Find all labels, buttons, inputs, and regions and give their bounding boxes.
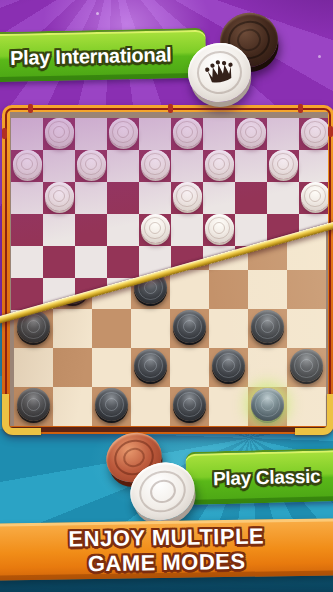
intl-cell-r1c7 [203, 118, 235, 150]
intl-piece-r3c10 [301, 182, 329, 211]
classic-cell-r8c6 [209, 387, 248, 426]
intl-piece-r1c8 [237, 118, 266, 147]
frame-tick [2, 128, 7, 139]
intl-cell-r3c4 [107, 182, 139, 214]
intl-cell-r3c3 [75, 182, 107, 214]
gold-corner-bracket [295, 394, 333, 435]
intl-cell-r4c1 [11, 214, 43, 246]
intl-piece-r1c10 [301, 118, 329, 147]
frame-tick [28, 104, 33, 113]
intl-cell-r5c1 [11, 246, 43, 278]
intl-piece-r4c7 [205, 214, 234, 243]
intl-cell-r3c5 [139, 182, 171, 214]
intl-cell-r5c2 [43, 246, 75, 278]
intl-cell-r2c8 [235, 150, 267, 182]
intl-cell-r4c4 [107, 214, 139, 246]
classic-cell-r5c8 [287, 270, 326, 309]
intl-cell-r3c1 [11, 182, 43, 214]
intl-piece-r2c9 [269, 150, 298, 179]
play-international-label: Play International [0, 43, 172, 70]
classic-piece-r8c7-highlighted [251, 388, 284, 421]
intl-piece-r1c2 [45, 118, 74, 147]
intl-cell-r3c8 [235, 182, 267, 214]
intl-cell-r2c10 [299, 150, 328, 182]
intl-cell-r2c4 [107, 150, 139, 182]
play-classic-label: Play Classic [186, 465, 321, 491]
classic-cell-r7c3 [92, 348, 131, 387]
gold-corner-bracket [2, 394, 41, 435]
intl-cell-r2c2 [43, 150, 75, 182]
classic-cell-r5c7 [248, 270, 287, 309]
classic-piece-r7c8 [290, 349, 323, 382]
intl-piece-r2c3 [77, 150, 106, 179]
intl-cell-r1c5 [139, 118, 171, 150]
play-classic-button[interactable]: Play Classic [185, 448, 333, 505]
classic-cell-r7c7 [248, 348, 287, 387]
footer-line-1: ENJOY MULTIPLE [68, 523, 264, 551]
classic-piece-r7c6 [212, 349, 245, 382]
frame-tick [298, 104, 303, 113]
classic-cell-r6c2 [53, 309, 92, 348]
classic-cell-r5c6 [209, 270, 248, 309]
intl-piece-r3c6 [173, 182, 202, 211]
intl-cell-r4c2 [43, 214, 75, 246]
promo-screen: Play International Play Classic ENJOY MU… [0, 0, 333, 592]
sparkle [96, 12, 99, 15]
intl-cell-r5c3 [75, 246, 107, 278]
intl-piece-r1c6 [173, 118, 202, 147]
classic-piece-r7c4 [134, 349, 167, 382]
intl-cell-r3c9 [267, 182, 299, 214]
classic-piece-r6c5 [173, 310, 206, 343]
classic-piece-r6c7 [251, 310, 284, 343]
classic-cell-r6c8 [287, 309, 326, 348]
classic-cell-r6c4 [131, 309, 170, 348]
classic-cell-r7c2 [53, 348, 92, 387]
intl-cell-r3c7 [203, 182, 235, 214]
intl-cell-r1c9 [267, 118, 299, 150]
intl-piece-r2c7 [205, 150, 234, 179]
classic-cell-r7c1 [14, 348, 53, 387]
classic-cell-r6c3 [92, 309, 131, 348]
intl-cell-r1c3 [75, 118, 107, 150]
intl-piece-r2c5 [141, 150, 170, 179]
play-international-button[interactable]: Play International [0, 28, 207, 82]
intl-cell-r1c1 [11, 118, 43, 150]
intl-piece-r1c4 [109, 118, 138, 147]
intl-cell-r5c4 [107, 246, 139, 278]
classic-cell-r5c5 [170, 270, 209, 309]
intl-piece-r2c1 [13, 150, 42, 179]
intl-cell-r2c6 [171, 150, 203, 182]
intl-cell-r4c6 [171, 214, 203, 246]
classic-piece-r8c5 [173, 388, 206, 421]
intl-cell-r4c3 [75, 214, 107, 246]
intl-piece-r4c5 [141, 214, 170, 243]
classic-cell-r8c4 [131, 387, 170, 426]
frame-bottom-band [7, 427, 329, 432]
classic-cell-r6c6 [209, 309, 248, 348]
frame-tick [168, 104, 173, 113]
enjoy-multiple-game-modes-banner: ENJOY MULTIPLE GAME MODES [0, 518, 333, 580]
classic-piece-r8c3 [95, 388, 128, 421]
frame-tick [328, 126, 333, 137]
intl-piece-r3c2 [45, 182, 74, 211]
classic-cell-r8c2 [53, 387, 92, 426]
classic-cell-r7c5 [170, 348, 209, 387]
footer-line-2: GAME MODES [88, 548, 246, 575]
sparkle [318, 55, 321, 58]
